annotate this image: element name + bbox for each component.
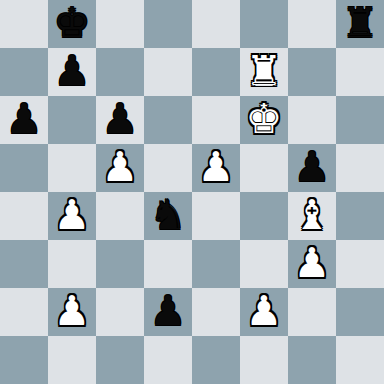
square-c4[interactable] [96, 192, 144, 240]
square-e2[interactable] [192, 288, 240, 336]
square-e7[interactable] [192, 48, 240, 96]
square-h2[interactable] [336, 288, 384, 336]
square-b4[interactable]: ♟ [48, 192, 96, 240]
square-c1[interactable] [96, 336, 144, 384]
square-c6[interactable]: ♟ [96, 96, 144, 144]
square-a3[interactable] [0, 240, 48, 288]
square-a6[interactable]: ♟ [0, 96, 48, 144]
square-d3[interactable] [144, 240, 192, 288]
square-e4[interactable] [192, 192, 240, 240]
white-pawn[interactable]: ♟ [198, 144, 235, 191]
square-e3[interactable] [192, 240, 240, 288]
square-a2[interactable] [0, 288, 48, 336]
square-g6[interactable] [288, 96, 336, 144]
square-d7[interactable] [144, 48, 192, 96]
white-bishop[interactable]: ♝ [294, 192, 331, 239]
white-pawn[interactable]: ♟ [54, 192, 91, 239]
square-h1[interactable] [336, 336, 384, 384]
square-f4[interactable] [240, 192, 288, 240]
square-h8[interactable]: ♜ [336, 0, 384, 48]
square-h5[interactable] [336, 144, 384, 192]
square-b5[interactable] [48, 144, 96, 192]
white-pawn[interactable]: ♟ [54, 288, 91, 335]
square-d1[interactable] [144, 336, 192, 384]
square-d6[interactable] [144, 96, 192, 144]
square-g1[interactable] [288, 336, 336, 384]
square-f7[interactable]: ♜ [240, 48, 288, 96]
square-d2[interactable]: ♟ [144, 288, 192, 336]
black-pawn[interactable]: ♟ [6, 96, 43, 143]
black-king[interactable]: ♚ [54, 0, 91, 47]
square-g8[interactable] [288, 0, 336, 48]
square-g2[interactable] [288, 288, 336, 336]
square-c7[interactable] [96, 48, 144, 96]
square-h4[interactable] [336, 192, 384, 240]
square-f1[interactable] [240, 336, 288, 384]
square-f8[interactable] [240, 0, 288, 48]
square-e1[interactable] [192, 336, 240, 384]
black-pawn[interactable]: ♟ [54, 48, 91, 95]
black-pawn[interactable]: ♟ [102, 96, 139, 143]
square-b3[interactable] [48, 240, 96, 288]
black-pawn[interactable]: ♟ [294, 144, 331, 191]
white-king[interactable]: ♚ [246, 96, 283, 143]
square-d5[interactable] [144, 144, 192, 192]
square-b6[interactable] [48, 96, 96, 144]
white-rook[interactable]: ♜ [246, 48, 283, 95]
black-knight[interactable]: ♞ [150, 192, 187, 239]
square-b7[interactable]: ♟ [48, 48, 96, 96]
square-a7[interactable] [0, 48, 48, 96]
square-b2[interactable]: ♟ [48, 288, 96, 336]
square-c3[interactable] [96, 240, 144, 288]
white-pawn[interactable]: ♟ [102, 144, 139, 191]
chess-board: ♚♜♟♜♟♟♚♟♟♟♟♞♝♟♟♟♟ [0, 0, 384, 384]
square-a4[interactable] [0, 192, 48, 240]
square-d8[interactable] [144, 0, 192, 48]
square-g3[interactable]: ♟ [288, 240, 336, 288]
square-b8[interactable]: ♚ [48, 0, 96, 48]
square-b1[interactable] [48, 336, 96, 384]
square-f3[interactable] [240, 240, 288, 288]
square-f5[interactable] [240, 144, 288, 192]
black-pawn[interactable]: ♟ [150, 288, 187, 335]
square-e6[interactable] [192, 96, 240, 144]
square-a1[interactable] [0, 336, 48, 384]
square-e5[interactable]: ♟ [192, 144, 240, 192]
square-c5[interactable]: ♟ [96, 144, 144, 192]
square-a5[interactable] [0, 144, 48, 192]
square-d4[interactable]: ♞ [144, 192, 192, 240]
white-pawn[interactable]: ♟ [246, 288, 283, 335]
square-g7[interactable] [288, 48, 336, 96]
square-f6[interactable]: ♚ [240, 96, 288, 144]
square-g5[interactable]: ♟ [288, 144, 336, 192]
square-c8[interactable] [96, 0, 144, 48]
white-pawn[interactable]: ♟ [294, 240, 331, 287]
square-h7[interactable] [336, 48, 384, 96]
square-e8[interactable] [192, 0, 240, 48]
square-g4[interactable]: ♝ [288, 192, 336, 240]
square-a8[interactable] [0, 0, 48, 48]
black-rook[interactable]: ♜ [342, 0, 379, 47]
square-h3[interactable] [336, 240, 384, 288]
square-f2[interactable]: ♟ [240, 288, 288, 336]
square-h6[interactable] [336, 96, 384, 144]
square-c2[interactable] [96, 288, 144, 336]
